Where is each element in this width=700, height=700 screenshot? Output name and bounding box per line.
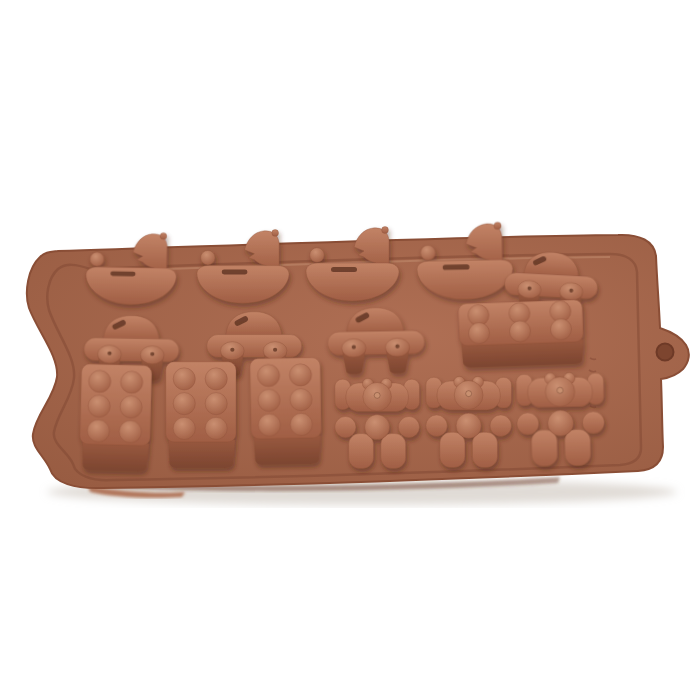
product-photo — [0, 0, 700, 700]
chocolate-mold-illustration — [0, 0, 700, 700]
building-brick-mold-1 — [458, 300, 584, 368]
building-brick-mold-2 — [79, 364, 152, 472]
tab-hole — [657, 344, 674, 361]
building-brick-mold-3 — [166, 362, 236, 468]
building-brick-mold-4 — [250, 358, 322, 465]
